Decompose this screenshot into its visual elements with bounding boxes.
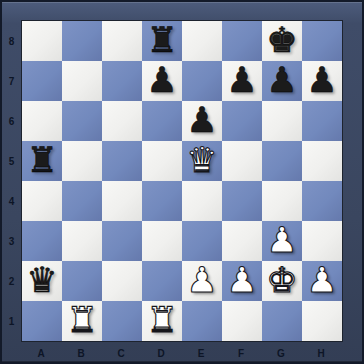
rank-label-1: 1 — [2, 301, 21, 341]
chess-board-frame: 87654321 ♜♚♟♟♟♟♟♜♛♟♛♟♟♚♟♜♜ ABCDEFGH — [0, 0, 364, 364]
square-g3[interactable]: ♟ — [262, 221, 302, 261]
square-h6[interactable] — [302, 101, 342, 141]
rank-label-8: 8 — [2, 21, 21, 61]
rank-label-3: 3 — [2, 221, 21, 261]
square-g4[interactable] — [262, 181, 302, 221]
rank-label-5: 5 — [2, 141, 21, 181]
black-pawn[interactable]: ♟ — [226, 63, 257, 98]
square-h3[interactable] — [302, 221, 342, 261]
square-b1[interactable]: ♜ — [62, 301, 102, 341]
file-label-g: G — [261, 342, 301, 364]
square-f4[interactable] — [222, 181, 262, 221]
white-rook[interactable]: ♜ — [66, 303, 97, 338]
square-c1[interactable] — [102, 301, 142, 341]
square-h5[interactable] — [302, 141, 342, 181]
rank-label-4: 4 — [2, 181, 21, 221]
square-h2[interactable]: ♟ — [302, 261, 342, 301]
square-c7[interactable] — [102, 61, 142, 101]
rank-label-7: 7 — [2, 61, 21, 101]
file-labels: ABCDEFGH — [21, 342, 341, 364]
square-b5[interactable] — [62, 141, 102, 181]
black-pawn[interactable]: ♟ — [306, 63, 337, 98]
white-queen[interactable]: ♛ — [186, 143, 217, 178]
square-d2[interactable] — [142, 261, 182, 301]
square-a7[interactable] — [22, 61, 62, 101]
black-king[interactable]: ♚ — [266, 23, 297, 58]
square-d5[interactable] — [142, 141, 182, 181]
square-e5[interactable]: ♛ — [182, 141, 222, 181]
square-g6[interactable] — [262, 101, 302, 141]
square-d7[interactable]: ♟ — [142, 61, 182, 101]
file-label-c: C — [101, 342, 141, 364]
rank-labels: 87654321 — [2, 21, 21, 341]
square-h7[interactable]: ♟ — [302, 61, 342, 101]
square-b3[interactable] — [62, 221, 102, 261]
square-a1[interactable] — [22, 301, 62, 341]
black-queen[interactable]: ♛ — [26, 263, 57, 298]
square-c6[interactable] — [102, 101, 142, 141]
square-b4[interactable] — [62, 181, 102, 221]
square-e2[interactable]: ♟ — [182, 261, 222, 301]
square-e6[interactable]: ♟ — [182, 101, 222, 141]
square-d8[interactable]: ♜ — [142, 21, 182, 61]
square-f5[interactable] — [222, 141, 262, 181]
square-a4[interactable] — [22, 181, 62, 221]
square-a6[interactable] — [22, 101, 62, 141]
square-b2[interactable] — [62, 261, 102, 301]
square-e4[interactable] — [182, 181, 222, 221]
chess-board[interactable]: ♜♚♟♟♟♟♟♜♛♟♛♟♟♚♟♜♜ — [21, 20, 343, 342]
white-pawn[interactable]: ♟ — [186, 263, 217, 298]
white-king[interactable]: ♚ — [266, 263, 297, 298]
square-e1[interactable] — [182, 301, 222, 341]
square-c2[interactable] — [102, 261, 142, 301]
square-d6[interactable] — [142, 101, 182, 141]
square-e8[interactable] — [182, 21, 222, 61]
square-d4[interactable] — [142, 181, 182, 221]
square-a3[interactable] — [22, 221, 62, 261]
white-pawn[interactable]: ♟ — [306, 263, 337, 298]
square-e7[interactable] — [182, 61, 222, 101]
square-b6[interactable] — [62, 101, 102, 141]
square-c3[interactable] — [102, 221, 142, 261]
square-c4[interactable] — [102, 181, 142, 221]
square-f7[interactable]: ♟ — [222, 61, 262, 101]
square-a8[interactable] — [22, 21, 62, 61]
square-g7[interactable]: ♟ — [262, 61, 302, 101]
file-label-f: F — [221, 342, 261, 364]
square-d3[interactable] — [142, 221, 182, 261]
black-pawn[interactable]: ♟ — [146, 63, 177, 98]
rank-label-6: 6 — [2, 101, 21, 141]
square-c8[interactable] — [102, 21, 142, 61]
file-label-d: D — [141, 342, 181, 364]
square-d1[interactable]: ♜ — [142, 301, 182, 341]
square-f3[interactable] — [222, 221, 262, 261]
square-h8[interactable] — [302, 21, 342, 61]
file-label-h: H — [301, 342, 341, 364]
white-rook[interactable]: ♜ — [146, 303, 177, 338]
square-c5[interactable] — [102, 141, 142, 181]
white-pawn[interactable]: ♟ — [226, 263, 257, 298]
black-rook[interactable]: ♜ — [26, 143, 57, 178]
square-a2[interactable]: ♛ — [22, 261, 62, 301]
black-rook[interactable]: ♜ — [146, 23, 177, 58]
square-g8[interactable]: ♚ — [262, 21, 302, 61]
square-f6[interactable] — [222, 101, 262, 141]
square-f8[interactable] — [222, 21, 262, 61]
file-label-b: B — [61, 342, 101, 364]
file-label-a: A — [21, 342, 61, 364]
square-f2[interactable]: ♟ — [222, 261, 262, 301]
square-e3[interactable] — [182, 221, 222, 261]
rank-label-2: 2 — [2, 261, 21, 301]
black-pawn[interactable]: ♟ — [186, 103, 217, 138]
square-h1[interactable] — [302, 301, 342, 341]
square-f1[interactable] — [222, 301, 262, 341]
square-b7[interactable] — [62, 61, 102, 101]
square-g5[interactable] — [262, 141, 302, 181]
white-pawn[interactable]: ♟ — [266, 223, 297, 258]
square-g2[interactable]: ♚ — [262, 261, 302, 301]
file-label-e: E — [181, 342, 221, 364]
square-h4[interactable] — [302, 181, 342, 221]
square-a5[interactable]: ♜ — [22, 141, 62, 181]
square-g1[interactable] — [262, 301, 302, 341]
black-pawn[interactable]: ♟ — [266, 63, 297, 98]
square-b8[interactable] — [62, 21, 102, 61]
